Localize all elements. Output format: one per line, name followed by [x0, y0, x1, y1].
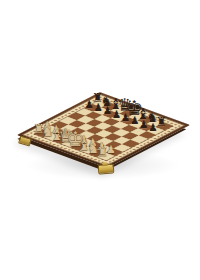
product-photo: ♜♞♝♛♚♝♞♜♟♟♟♟♟♟♟♟♟♟♟♟♟♟♟♟♜♞♝♛♚♝♞♜ — [0, 0, 200, 280]
brass-clasp — [98, 163, 115, 174]
white-rook-icon: ♜ — [94, 146, 111, 159]
black-pawn-icon: ♟ — [144, 122, 161, 133]
